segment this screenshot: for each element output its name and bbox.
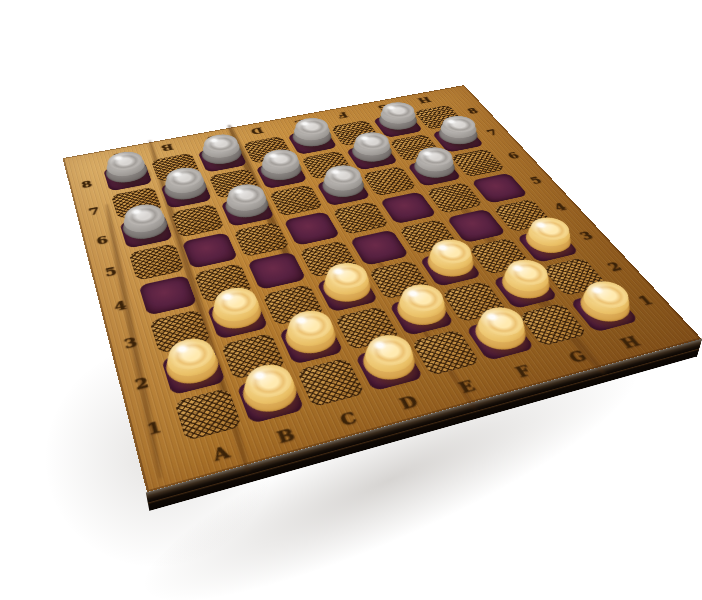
checkers-board: AABBCCDDEEFFGGHH8877665544332211	[63, 85, 702, 492]
rank-label-right-2: 2	[605, 260, 625, 274]
rank-label-left-6: 6	[95, 234, 109, 247]
file-label-top-h: H	[416, 95, 433, 104]
file-label-bottom-a: A	[211, 443, 232, 464]
file-label-bottom-d: D	[397, 393, 421, 413]
rank-label-right-8: 8	[465, 106, 480, 115]
rank-label-right-7: 7	[485, 128, 501, 138]
checker-light-d1[interactable]	[356, 344, 423, 391]
rank-label-right-5: 5	[527, 175, 544, 186]
file-label-top-d: D	[249, 126, 265, 136]
rank-label-right-6: 6	[505, 151, 521, 161]
square-a1	[174, 388, 242, 442]
checker-light-c2[interactable]	[280, 320, 343, 364]
photo-background: AABBCCDDEEFFGGHH8877665544332211	[0, 0, 702, 600]
square-a5	[129, 243, 185, 281]
rank-label-left-8: 8	[80, 179, 93, 190]
file-label-bottom-b: B	[274, 425, 297, 446]
file-label-top-b: B	[160, 142, 175, 152]
file-label-bottom-c: C	[337, 409, 359, 429]
scene: AABBCCDDEEFFGGHH8877665544332211	[0, 0, 702, 600]
board-grid	[99, 103, 645, 446]
square-d5[interactable]	[283, 211, 340, 246]
rank-label-right-1: 1	[635, 293, 656, 308]
file-label-bottom-h: H	[617, 334, 643, 352]
rank-label-left-5: 5	[104, 265, 119, 279]
rank-label-left-7: 7	[87, 205, 100, 217]
file-label-bottom-f: F	[512, 363, 534, 381]
rank-label-right-3: 3	[577, 229, 596, 242]
checker-light-d3[interactable]	[317, 273, 377, 312]
rank-label-right-4: 4	[551, 201, 569, 213]
file-label-top-f: F	[336, 111, 350, 120]
